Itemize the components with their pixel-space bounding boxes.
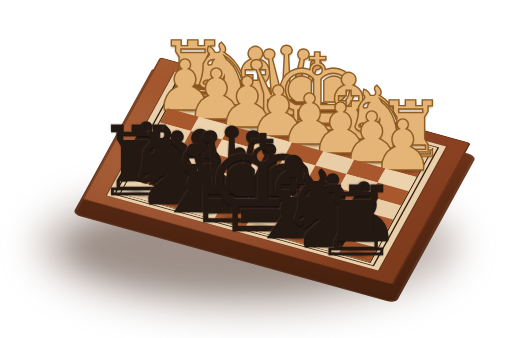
scene: ♜♞♝♛♚♝♞♜♟♟♟♟♟♟♟♟♟♟♟♟♟♟♟♟♜♞♝♛♚♝♞♜: [0, 0, 510, 338]
piece-black-rook: ♜: [276, 174, 436, 271]
square-h8: ♜: [339, 239, 378, 262]
playing-field: ♜♞♝♛♚♝♞♜♟♟♟♟♟♟♟♟♟♟♟♟♟♟♟♟♜♞♝♛♚♝♞♜: [121, 80, 432, 262]
